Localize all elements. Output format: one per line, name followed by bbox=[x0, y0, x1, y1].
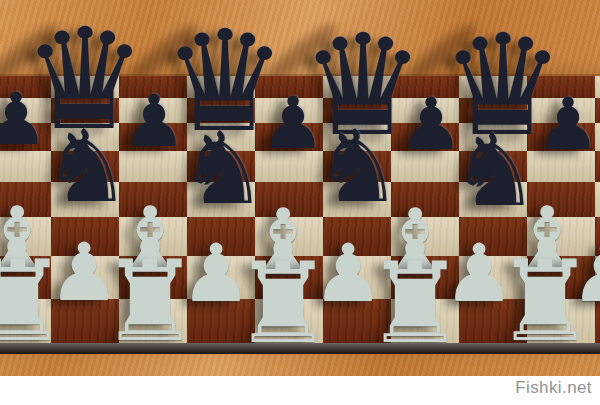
board-front-edge bbox=[0, 343, 600, 354]
piece-white-rook: ♜ bbox=[489, 245, 600, 357]
piece-layer: ♛♛♛♛♟♟♟♟♟♞♞♞♞♝♝♝♝♝♟♟♟♟♟♜♜♜♜♜ bbox=[0, 0, 600, 376]
piece-white-rook: ♜ bbox=[227, 247, 339, 359]
piece-white-rook: ♜ bbox=[0, 245, 74, 357]
fishki-watermark: Fishki.net bbox=[515, 378, 592, 398]
piece-white-rook: ♜ bbox=[359, 247, 471, 359]
scene: ♛♛♛♛♟♟♟♟♟♞♞♞♞♝♝♝♝♝♟♟♟♟♟♜♜♜♜♜ Fishki.net bbox=[0, 0, 600, 405]
piece-white-rook: ♜ bbox=[94, 245, 206, 357]
bottom-strip bbox=[0, 376, 600, 405]
